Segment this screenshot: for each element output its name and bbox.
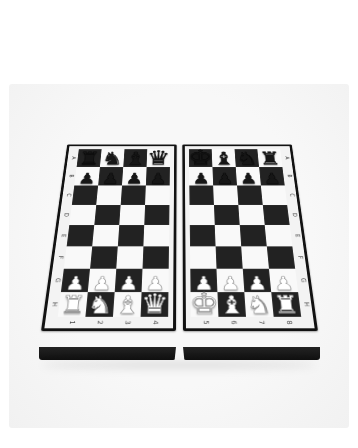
square-g7: ♟ xyxy=(242,269,271,292)
square-e1 xyxy=(66,225,94,246)
square-c2 xyxy=(96,185,122,204)
square-f6 xyxy=(215,246,242,268)
file-label-a: A xyxy=(273,154,298,161)
white-pawn-piece: ♟ xyxy=(145,275,165,292)
black-knight-piece: ♞ xyxy=(235,151,258,167)
rank-label-6: 6 xyxy=(225,310,239,335)
square-d3 xyxy=(119,205,145,225)
square-c1 xyxy=(71,185,97,204)
square-f3 xyxy=(116,246,143,268)
file-label-c: C xyxy=(278,191,304,199)
square-b3: ♟ xyxy=(121,167,146,186)
square-f4 xyxy=(142,246,168,268)
square-e5 xyxy=(189,225,215,246)
black-bishop-piece: ♝ xyxy=(124,151,146,167)
scene-wrap: ABCDEFGH ♜♞♝♛♟♟♟♟♟♟♟♟♜♞♝♛ 1234 ♚♝♞♜♟♟♟♟♟… xyxy=(0,75,358,331)
square-g3: ♟ xyxy=(114,269,142,292)
square-c5 xyxy=(189,185,214,204)
square-g1: ♟ xyxy=(60,269,89,292)
black-rook-piece: ♜ xyxy=(77,151,100,167)
square-f2 xyxy=(90,246,118,268)
square-c7 xyxy=(237,185,263,204)
rank-label-2: 2 xyxy=(91,310,106,335)
square-g2: ♟ xyxy=(87,269,116,292)
square-g4: ♟ xyxy=(141,269,168,292)
square-b6: ♟ xyxy=(212,167,237,186)
black-pawn-piece: ♟ xyxy=(101,172,120,186)
rank-label-4: 4 xyxy=(147,310,161,335)
black-pawn-piece: ♟ xyxy=(77,172,96,186)
square-b1: ♟ xyxy=(74,167,100,186)
rank-label-5: 5 xyxy=(198,310,212,335)
square-a1: ♜ xyxy=(76,149,101,167)
product-photo: ABCDEFGH ♜♞♝♛♟♟♟♟♟♟♟♟♜♞♝♛ 1234 ♚♝♞♜♟♟♟♟♟… xyxy=(0,0,358,448)
rank-label-7: 7 xyxy=(252,310,267,335)
file-label-g: G xyxy=(288,275,317,285)
square-f7 xyxy=(241,246,269,268)
square-b5: ♟ xyxy=(189,167,213,186)
white-pawn-piece: ♟ xyxy=(193,275,213,292)
black-pawn-piece: ♟ xyxy=(192,172,210,186)
square-d1 xyxy=(69,205,96,225)
black-knight-piece: ♞ xyxy=(100,151,123,167)
black-queen-piece: ♛ xyxy=(146,149,170,167)
square-f1 xyxy=(63,246,91,268)
rank-labels-left: 1234 xyxy=(44,317,173,328)
square-d5 xyxy=(189,205,214,225)
rank-label-1: 1 xyxy=(63,310,79,335)
square-a2: ♞ xyxy=(99,149,124,167)
white-pawn-piece: ♟ xyxy=(91,275,112,292)
white-pawn-piece: ♟ xyxy=(118,275,139,292)
board-left-half: ABCDEFGH ♜♞♝♛♟♟♟♟♟♟♟♟♜♞♝♛ 1234 xyxy=(41,145,177,331)
folded-base-right xyxy=(183,347,320,360)
square-b4: ♟ xyxy=(145,167,169,186)
square-f5 xyxy=(190,246,216,268)
file-label-h: H xyxy=(290,299,320,309)
rank-label-8: 8 xyxy=(280,310,296,335)
rank-label-3: 3 xyxy=(119,310,133,335)
black-pawn-piece: ♟ xyxy=(239,172,258,186)
white-pawn-piece: ♟ xyxy=(246,275,267,292)
square-e6 xyxy=(214,225,240,246)
square-c3 xyxy=(120,185,145,204)
white-pawn-piece: ♟ xyxy=(220,275,241,292)
board-shadow xyxy=(42,361,316,369)
square-g5: ♟ xyxy=(190,269,217,292)
board-right-half: ♚♝♞♜♟♟♟♟♟♟♟♟♚♝♞♜ ABCDEFGH 5678 xyxy=(182,145,318,331)
file-label-e: E xyxy=(282,231,309,240)
square-g6: ♟ xyxy=(216,269,244,292)
square-b7: ♟ xyxy=(235,167,260,186)
square-a4: ♛ xyxy=(146,149,170,167)
folded-base-left xyxy=(39,347,176,360)
square-b2: ♟ xyxy=(98,167,123,186)
white-pawn-piece: ♟ xyxy=(64,275,86,292)
square-a3: ♝ xyxy=(123,149,147,167)
black-bishop-piece: ♝ xyxy=(212,151,234,167)
square-c4 xyxy=(145,185,170,204)
square-e2 xyxy=(92,225,119,246)
square-e7 xyxy=(239,225,266,246)
square-e4 xyxy=(143,225,169,246)
black-pawn-piece: ♟ xyxy=(125,172,143,186)
file-label-f: F xyxy=(285,253,313,262)
square-d2 xyxy=(94,205,120,225)
square-a5: ♚ xyxy=(188,149,212,167)
square-d4 xyxy=(144,205,169,225)
square-c6 xyxy=(213,185,238,204)
black-pawn-piece: ♟ xyxy=(148,172,166,186)
file-label-b: B xyxy=(275,172,300,180)
square-d7 xyxy=(238,205,264,225)
chess-set: ABCDEFGH ♜♞♝♛♟♟♟♟♟♟♟♟♜♞♝♛ 1234 ♚♝♞♜♟♟♟♟♟… xyxy=(41,145,318,331)
black-pawn-piece: ♟ xyxy=(215,172,233,186)
square-a6: ♝ xyxy=(211,149,235,167)
rank-labels-right: 5678 xyxy=(185,317,314,328)
square-a7: ♞ xyxy=(234,149,259,167)
file-label-d: D xyxy=(280,211,307,219)
square-e3 xyxy=(117,225,143,246)
chessboard: ABCDEFGH ♜♞♝♛♟♟♟♟♟♟♟♟♜♞♝♛ 1234 ♚♝♞♜♟♟♟♟♟… xyxy=(41,145,318,331)
black-king-piece: ♚ xyxy=(187,148,213,167)
square-d6 xyxy=(213,205,239,225)
